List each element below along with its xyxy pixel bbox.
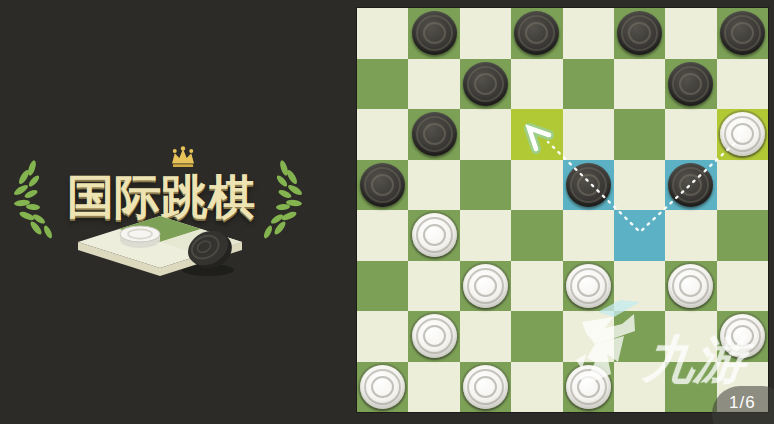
white-checker-piece[interactable] — [412, 314, 457, 358]
board-cell-r1c4[interactable] — [563, 59, 614, 110]
board-cell-r0c2[interactable] — [460, 8, 511, 59]
board-cell-r5c0[interactable] — [357, 261, 408, 312]
board-cell-r5c6[interactable] — [665, 261, 716, 312]
black-checker-piece[interactable] — [617, 11, 662, 55]
black-checker-piece[interactable] — [668, 62, 713, 106]
screenshot-root: 国际跳棋 — [0, 0, 774, 424]
board-cell-r3c7[interactable] — [717, 160, 768, 211]
board-cell-r1c7[interactable] — [717, 59, 768, 110]
board-cell-r5c2[interactable] — [460, 261, 511, 312]
board-cell-r0c3[interactable] — [511, 8, 562, 59]
board-cell-r2c3[interactable] — [511, 109, 562, 160]
board-cell-r0c4[interactable] — [563, 8, 614, 59]
white-checker-piece[interactable] — [463, 365, 508, 409]
game-logo-panel: 国际跳棋 — [0, 0, 357, 424]
board-cell-r6c6[interactable] — [665, 311, 716, 362]
black-checker-piece[interactable] — [668, 163, 713, 207]
board-cell-r1c6[interactable] — [665, 59, 716, 110]
board-cell-r1c5[interactable] — [614, 59, 665, 110]
white-checker-piece[interactable] — [720, 314, 765, 358]
board-cell-r4c5[interactable] — [614, 210, 665, 261]
white-checker-piece[interactable] — [360, 365, 405, 409]
board-cell-r2c7[interactable] — [717, 109, 768, 160]
board-cell-r1c3[interactable] — [511, 59, 562, 110]
board-cell-r3c1[interactable] — [408, 160, 459, 211]
board-cell-r0c1[interactable] — [408, 8, 459, 59]
board-cell-r2c2[interactable] — [460, 109, 511, 160]
board-cell-r6c3[interactable] — [511, 311, 562, 362]
board-cell-r7c0[interactable] — [357, 362, 408, 413]
board-cell-r3c3[interactable] — [511, 160, 562, 211]
white-checker-piece[interactable] — [566, 264, 611, 308]
black-checker-piece[interactable] — [514, 11, 559, 55]
board-cell-r4c4[interactable] — [563, 210, 614, 261]
board-cell-r6c4[interactable] — [563, 311, 614, 362]
white-checker-piece[interactable] — [566, 365, 611, 409]
board-cell-r3c6[interactable] — [665, 160, 716, 211]
board-cell-r7c5[interactable] — [614, 362, 665, 413]
board-cell-r4c6[interactable] — [665, 210, 716, 261]
board-cell-r4c0[interactable] — [357, 210, 408, 261]
board-cell-r3c0[interactable] — [357, 160, 408, 211]
board-cell-r3c4[interactable] — [563, 160, 614, 211]
board-cell-r6c1[interactable] — [408, 311, 459, 362]
black-checker-piece[interactable] — [412, 11, 457, 55]
board-cell-r3c5[interactable] — [614, 160, 665, 211]
board-cell-r4c7[interactable] — [717, 210, 768, 261]
board-cell-r6c7[interactable] — [717, 311, 768, 362]
board-cell-r3c2[interactable] — [460, 160, 511, 211]
black-checker-piece[interactable] — [412, 112, 457, 156]
board-cell-r5c5[interactable] — [614, 261, 665, 312]
board-cell-r2c0[interactable] — [357, 109, 408, 160]
board-cell-r1c2[interactable] — [460, 59, 511, 110]
board-cell-r4c3[interactable] — [511, 210, 562, 261]
board-cell-r5c4[interactable] — [563, 261, 614, 312]
board-cell-r1c0[interactable] — [357, 59, 408, 110]
board-cell-r6c5[interactable] — [614, 311, 665, 362]
board-cell-r7c1[interactable] — [408, 362, 459, 413]
board-cell-r5c7[interactable] — [717, 261, 768, 312]
board-cell-r7c3[interactable] — [511, 362, 562, 413]
black-checker-piece[interactable] — [360, 163, 405, 207]
page-indicator-badge: 1/6 — [712, 386, 774, 424]
white-checker-piece[interactable] — [720, 112, 765, 156]
checkers-board[interactable] — [357, 8, 768, 412]
board-cell-r4c1[interactable] — [408, 210, 459, 261]
board-cell-r6c0[interactable] — [357, 311, 408, 362]
board-cell-r0c5[interactable] — [614, 8, 665, 59]
board-cell-r4c2[interactable] — [460, 210, 511, 261]
board-cell-r0c6[interactable] — [665, 8, 716, 59]
board-cell-r7c4[interactable] — [563, 362, 614, 413]
white-checker-piece[interactable] — [463, 264, 508, 308]
crown-icon — [168, 146, 198, 168]
black-checker-piece[interactable] — [720, 11, 765, 55]
board-cell-r5c3[interactable] — [511, 261, 562, 312]
board-cell-r6c2[interactable] — [460, 311, 511, 362]
board-cell-r7c2[interactable] — [460, 362, 511, 413]
white-checker-piece[interactable] — [412, 213, 457, 257]
board-cell-r2c4[interactable] — [563, 109, 614, 160]
board-cell-r7c6[interactable] — [665, 362, 716, 413]
black-checker-piece[interactable] — [566, 163, 611, 207]
board-cell-r2c5[interactable] — [614, 109, 665, 160]
black-checker-piece[interactable] — [463, 62, 508, 106]
page-indicator-text: 1/6 — [729, 393, 756, 413]
board-cell-r2c1[interactable] — [408, 109, 459, 160]
laurel-wreath-left-icon — [12, 160, 58, 240]
board-cell-r5c1[interactable] — [408, 261, 459, 312]
white-checker-piece[interactable] — [668, 264, 713, 308]
board-cell-r1c1[interactable] — [408, 59, 459, 110]
board-cell-r2c6[interactable] — [665, 109, 716, 160]
board-cell-r0c0[interactable] — [357, 8, 408, 59]
board-cell-r0c7[interactable] — [717, 8, 768, 59]
checkers-board-illustration — [68, 208, 252, 280]
